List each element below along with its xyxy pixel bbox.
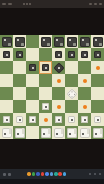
square-r8c4[interactable] <box>39 126 52 139</box>
square-r5c4[interactable] <box>39 87 52 100</box>
square-r2c7[interactable] <box>78 48 91 61</box>
square-r3c6[interactable] <box>65 61 78 74</box>
white-small-die[interactable] <box>68 116 75 123</box>
move-hint-dot[interactable] <box>83 105 87 109</box>
gesture-bar[interactable] <box>0 179 104 184</box>
square-r7c5[interactable] <box>52 113 65 126</box>
move-hint-dot[interactable] <box>44 118 48 122</box>
square-r5c2[interactable] <box>13 87 26 100</box>
white-small-die[interactable] <box>81 116 88 123</box>
square-r5c1[interactable] <box>0 87 13 100</box>
black-large-die[interactable] <box>93 37 103 47</box>
square-r6c3[interactable] <box>26 100 39 113</box>
square-r4c3[interactable] <box>26 74 39 87</box>
black-small-die[interactable] <box>3 51 10 58</box>
white-small-die[interactable] <box>42 103 49 110</box>
square-r4c6[interactable] <box>65 74 78 87</box>
app-icon[interactable] <box>32 172 36 176</box>
square-r3c4[interactable] <box>39 61 52 74</box>
black-large-die[interactable] <box>80 37 90 47</box>
time-text <box>2 3 6 5</box>
white-small-die[interactable] <box>55 116 62 123</box>
square-r2c2[interactable] <box>13 48 26 61</box>
square-r3c1[interactable] <box>0 61 13 74</box>
taskbar-right-icons <box>89 173 102 176</box>
time-mark <box>99 173 102 176</box>
square-r2c4[interactable] <box>39 48 52 61</box>
taskbar-left-icons[interactable] <box>3 173 11 176</box>
black-small-die[interactable] <box>55 51 62 58</box>
square-r8c8[interactable] <box>91 126 104 139</box>
square-r2c8[interactable] <box>91 48 104 61</box>
move-hint-dot[interactable] <box>83 79 87 83</box>
square-r2c1[interactable] <box>0 48 13 61</box>
square-r1c1[interactable] <box>0 35 13 48</box>
notification-dot-icon <box>29 3 31 5</box>
status-mark <box>89 173 92 176</box>
taskbar-app-icons-secondary[interactable] <box>58 172 66 176</box>
black-large-die[interactable] <box>41 37 51 47</box>
square-r3c8[interactable] <box>91 61 104 74</box>
square-r3c2[interactable] <box>13 61 26 74</box>
black-large-die[interactable] <box>15 37 25 47</box>
white-large-die[interactable] <box>80 128 90 138</box>
square-r2c6[interactable] <box>65 48 78 61</box>
square-r4c4[interactable] <box>39 74 52 87</box>
white-small-die[interactable] <box>16 116 23 123</box>
notification-dot-icon <box>26 3 28 5</box>
square-r1c5[interactable] <box>52 35 65 48</box>
board[interactable] <box>0 35 104 139</box>
status-text <box>8 3 12 5</box>
square-r7c3[interactable] <box>26 113 39 126</box>
phone-screen <box>0 0 104 184</box>
square-r7c6[interactable] <box>65 113 78 126</box>
square-r5c8[interactable] <box>91 87 104 100</box>
square-r8c1[interactable] <box>0 126 13 139</box>
square-r1c7[interactable] <box>78 35 91 48</box>
white-large-die[interactable] <box>41 128 51 138</box>
square-r8c6[interactable] <box>65 126 78 139</box>
black-small-die[interactable] <box>16 51 23 58</box>
square-r1c2[interactable] <box>13 35 26 48</box>
app-icon[interactable] <box>36 172 40 176</box>
square-r6c7[interactable] <box>78 100 91 113</box>
black-small-die[interactable] <box>81 51 88 58</box>
square-r2c5[interactable] <box>52 48 65 61</box>
black-large-die[interactable] <box>2 37 12 47</box>
status-bar <box>0 0 104 8</box>
move-hint-dot[interactable] <box>57 105 61 109</box>
square-r2c3[interactable] <box>26 48 39 61</box>
square-r8c7[interactable] <box>78 126 91 139</box>
square-r4c1[interactable] <box>0 74 13 87</box>
square-r6c2[interactable] <box>13 100 26 113</box>
notification-dot-icon <box>23 3 25 5</box>
statusbar-left-icons <box>2 3 12 5</box>
black-small-die[interactable] <box>29 64 36 71</box>
back-icon[interactable] <box>3 173 6 176</box>
app-icon[interactable] <box>58 172 62 176</box>
white-small-die[interactable] <box>29 116 36 123</box>
square-r8c2[interactable] <box>13 126 26 139</box>
app-icon[interactable] <box>45 172 49 176</box>
square-r4c2[interactable] <box>13 74 26 87</box>
square-r4c8[interactable] <box>91 74 104 87</box>
white-diamond-piece[interactable] <box>66 88 77 99</box>
square-r8c3[interactable] <box>26 126 39 139</box>
square-r3c7[interactable] <box>78 61 91 74</box>
white-large-die[interactable] <box>54 128 64 138</box>
white-large-die[interactable] <box>93 128 103 138</box>
square-r1c4[interactable] <box>39 35 52 48</box>
signal-icon <box>94 3 97 5</box>
black-diamond-piece[interactable] <box>53 62 64 73</box>
square-r6c1[interactable] <box>0 100 13 113</box>
notification-dots <box>23 3 31 5</box>
square-r5c5[interactable] <box>52 87 65 100</box>
square-r1c3[interactable] <box>26 35 39 48</box>
square-r6c5[interactable] <box>52 100 65 113</box>
square-r3c5[interactable] <box>52 61 65 74</box>
app-icon[interactable] <box>41 172 45 176</box>
square-r6c6[interactable] <box>65 100 78 113</box>
statusbar-right-icons <box>89 3 102 5</box>
black-small-die[interactable] <box>94 51 101 58</box>
taskbar[interactable] <box>0 169 104 179</box>
square-r7c8[interactable] <box>91 113 104 126</box>
white-large-die[interactable] <box>15 128 25 138</box>
white-small-die[interactable] <box>94 116 101 123</box>
move-hint-dot[interactable] <box>96 66 100 70</box>
black-large-die[interactable] <box>54 37 64 47</box>
white-small-die[interactable] <box>3 116 10 123</box>
move-hint-dot[interactable] <box>57 79 61 83</box>
square-r6c8[interactable] <box>91 100 104 113</box>
app-icon[interactable] <box>27 172 31 176</box>
square-r5c3[interactable] <box>26 87 39 100</box>
status-mark <box>94 173 97 176</box>
black-large-die[interactable] <box>67 37 77 47</box>
square-r6c4[interactable] <box>39 100 52 113</box>
black-small-die[interactable] <box>42 64 49 71</box>
square-r7c7[interactable] <box>78 113 91 126</box>
square-r7c4[interactable] <box>39 113 52 126</box>
square-r8c5[interactable] <box>52 126 65 139</box>
app-icon[interactable] <box>54 172 58 176</box>
square-r1c6[interactable] <box>65 35 78 48</box>
square-r5c7[interactable] <box>78 87 91 100</box>
square-r5c6[interactable] <box>65 87 78 100</box>
square-r4c7[interactable] <box>78 74 91 87</box>
app-icon[interactable] <box>63 172 67 176</box>
square-r7c2[interactable] <box>13 113 26 126</box>
square-r1c8[interactable] <box>91 35 104 48</box>
square-r7c1[interactable] <box>0 113 13 126</box>
square-r4c5[interactable] <box>52 74 65 87</box>
wifi-icon <box>89 3 92 5</box>
white-large-die[interactable] <box>2 128 12 138</box>
square-r3c3[interactable] <box>26 61 39 74</box>
battery-icon <box>99 3 102 5</box>
app-icon[interactable] <box>50 172 54 176</box>
home-icon[interactable] <box>8 173 11 176</box>
taskbar-app-icons[interactable] <box>27 172 58 176</box>
black-small-die[interactable] <box>68 51 75 58</box>
white-large-die[interactable] <box>67 128 77 138</box>
